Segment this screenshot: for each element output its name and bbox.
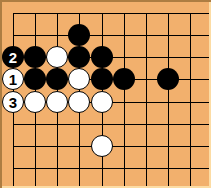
stone-white	[68, 68, 90, 90]
move-number-label: 3	[9, 95, 17, 110]
grid-line-vertical	[190, 13, 191, 186]
stone-black	[24, 46, 46, 68]
stone-white: 3	[2, 91, 24, 113]
grid-line-horizontal	[13, 124, 209, 125]
grid-line-vertical	[124, 13, 125, 186]
stone-black	[24, 68, 46, 90]
stone-black	[68, 46, 90, 68]
stone-black	[91, 68, 113, 90]
stone-white	[91, 135, 113, 157]
grid-line-horizontal	[13, 35, 209, 36]
grid-line-horizontal	[13, 13, 209, 14]
grid-line-vertical	[168, 13, 169, 186]
stone-white	[24, 91, 46, 113]
move-number-label: 1	[9, 72, 17, 87]
stone-black: 2	[2, 46, 24, 68]
stone-black	[113, 68, 135, 90]
move-number-label: 2	[9, 50, 17, 65]
go-board: 213	[0, 0, 211, 188]
grid-line-vertical	[146, 13, 147, 186]
stone-black	[46, 68, 68, 90]
stone-white	[91, 91, 113, 113]
stone-black	[68, 24, 90, 46]
stone-black	[157, 68, 179, 90]
grid-line-horizontal	[13, 168, 209, 169]
stone-black	[91, 46, 113, 68]
stone-white: 1	[2, 68, 24, 90]
stone-white	[46, 46, 68, 68]
stone-white	[46, 91, 68, 113]
stone-white	[68, 91, 90, 113]
